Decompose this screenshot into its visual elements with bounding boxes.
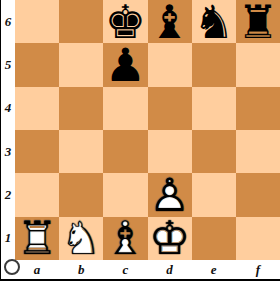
file-labels: abcdef <box>15 260 280 279</box>
file-label-f: f <box>236 260 280 279</box>
piece-white-king: ♚♔ <box>148 217 192 260</box>
square-a3[interactable] <box>15 130 59 173</box>
piece-black-bishop: ♝ <box>148 0 192 43</box>
rank-label-1: 1 <box>1 217 15 260</box>
rank-label-5: 5 <box>1 43 15 86</box>
square-f4[interactable] <box>236 87 280 130</box>
piece-white-pawn: ♟♙ <box>148 173 192 216</box>
white-rook-icon: ♜♖ <box>16 215 57 261</box>
rank-labels: 654321 <box>1 0 15 260</box>
square-f6[interactable]: ♜ <box>236 0 280 43</box>
file-label-a: a <box>15 260 59 279</box>
square-b1[interactable]: ♞♘ <box>59 217 103 260</box>
white-rook-outline-icon: ♖ <box>16 215 57 261</box>
square-d4[interactable] <box>148 87 192 130</box>
square-c2[interactable] <box>103 173 147 216</box>
file-label-d: d <box>148 260 192 279</box>
black-king-icon: ♚ <box>105 0 146 45</box>
black-pawn-icon: ♟ <box>105 42 146 88</box>
square-b5[interactable] <box>59 43 103 86</box>
white-bishop-icon: ♝♗ <box>105 215 146 261</box>
white-pawn-outline-icon: ♙ <box>149 172 190 218</box>
piece-white-bishop: ♝♗ <box>103 217 147 260</box>
piece-white-knight: ♞♘ <box>59 217 103 260</box>
square-a2[interactable] <box>15 173 59 216</box>
piece-black-rook: ♜ <box>236 0 280 43</box>
square-d3[interactable] <box>148 130 192 173</box>
square-e1[interactable] <box>192 217 236 260</box>
piece-black-knight: ♞ <box>192 0 236 43</box>
white-king-icon: ♚♔ <box>149 215 190 261</box>
rank-label-6: 6 <box>1 0 15 43</box>
square-e4[interactable] <box>192 87 236 130</box>
square-c4[interactable] <box>103 87 147 130</box>
square-d6[interactable]: ♝ <box>148 0 192 43</box>
square-f2[interactable] <box>236 173 280 216</box>
square-f5[interactable] <box>236 43 280 86</box>
black-rook-icon: ♜ <box>237 0 278 45</box>
square-f1[interactable] <box>236 217 280 260</box>
rank-label-2: 2 <box>1 173 15 216</box>
square-e3[interactable] <box>192 130 236 173</box>
white-knight-icon: ♞♘ <box>61 215 102 261</box>
square-b3[interactable] <box>59 130 103 173</box>
white-bishop-outline-icon: ♗ <box>105 215 146 261</box>
square-c6[interactable]: ♚ <box>103 0 147 43</box>
piece-white-rook: ♜♖ <box>15 217 59 260</box>
square-e6[interactable]: ♞ <box>192 0 236 43</box>
square-a4[interactable] <box>15 87 59 130</box>
square-a1[interactable]: ♜♖ <box>15 217 59 260</box>
square-d1[interactable]: ♚♔ <box>148 217 192 260</box>
black-bishop-icon: ♝ <box>149 0 190 45</box>
black-knight-icon: ♞ <box>193 0 234 45</box>
square-e5[interactable] <box>192 43 236 86</box>
square-d2[interactable]: ♟♙ <box>148 173 192 216</box>
file-label-e: e <box>192 260 236 279</box>
chess-diagram: 654321 ♚♝♞♜♟♟♙♜♖♞♘♝♗♚♔ abcdef <box>0 0 280 281</box>
file-label-b: b <box>59 260 103 279</box>
rank-label-4: 4 <box>1 87 15 130</box>
square-f3[interactable] <box>236 130 280 173</box>
chess-board: ♚♝♞♜♟♟♙♜♖♞♘♝♗♚♔ <box>15 0 280 260</box>
square-c3[interactable] <box>103 130 147 173</box>
white-pawn-icon: ♟♙ <box>149 172 190 218</box>
square-a5[interactable] <box>15 43 59 86</box>
square-c1[interactable]: ♝♗ <box>103 217 147 260</box>
square-c5[interactable]: ♟ <box>103 43 147 86</box>
square-a6[interactable] <box>15 0 59 43</box>
white-king-outline-icon: ♔ <box>149 215 190 261</box>
board-layout: 654321 ♚♝♞♜♟♟♙♜♖♞♘♝♗♚♔ abcdef <box>1 0 280 279</box>
square-b4[interactable] <box>59 87 103 130</box>
square-b2[interactable] <box>59 173 103 216</box>
square-d5[interactable] <box>148 43 192 86</box>
white-to-move-indicator <box>4 259 20 275</box>
file-label-c: c <box>103 260 147 279</box>
piece-black-king: ♚ <box>103 0 147 43</box>
piece-black-pawn: ♟ <box>103 43 147 86</box>
square-e2[interactable] <box>192 173 236 216</box>
square-b6[interactable] <box>59 0 103 43</box>
rank-label-3: 3 <box>1 130 15 173</box>
white-knight-outline-icon: ♘ <box>61 215 102 261</box>
